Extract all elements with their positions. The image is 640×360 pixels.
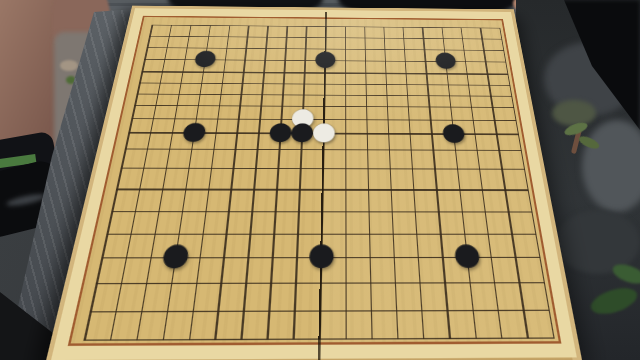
moss-patch [552, 100, 596, 126]
stone-black[interactable]: ● [453, 242, 480, 266]
leaves-bottom-right [588, 283, 640, 319]
stone-black[interactable]: ● [315, 53, 335, 65]
stone-white[interactable]: ● [313, 124, 335, 139]
stone-black[interactable]: ● [435, 54, 456, 66]
stone-black[interactable]: ● [442, 124, 465, 139]
stone-black[interactable]: ● [309, 242, 334, 267]
pebble [60, 60, 78, 71]
photo-scene: ●●●●●●●●●●●● [0, 0, 640, 360]
rock [582, 120, 640, 212]
stone-black[interactable]: ● [182, 123, 206, 138]
stone-black[interactable]: ● [269, 124, 292, 139]
stone-black[interactable]: ● [194, 52, 216, 64]
leaves-bottom-right [610, 261, 640, 288]
stones-layer: ●●●●●●●●●●●● [68, 20, 570, 355]
stone-black[interactable]: ● [162, 242, 190, 267]
go-board[interactable]: ●●●●●●●●●●●● [45, 6, 583, 360]
